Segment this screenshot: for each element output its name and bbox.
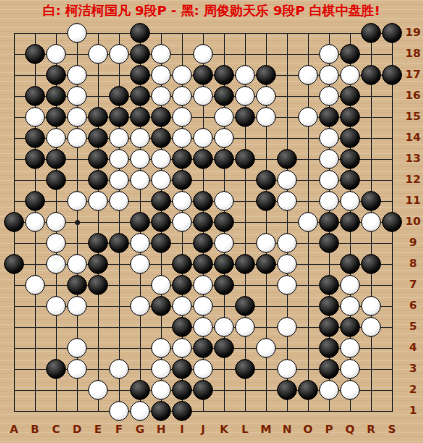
black-stone — [256, 254, 276, 274]
white-stone — [256, 338, 276, 358]
white-stone — [319, 65, 339, 85]
black-stone — [109, 107, 129, 127]
black-stone — [46, 149, 66, 169]
black-stone — [172, 149, 192, 169]
row-label: 4 — [403, 341, 423, 354]
column-label: J — [193, 423, 213, 436]
white-stone — [67, 191, 87, 211]
column-label: B — [25, 423, 45, 436]
row-label: 2 — [403, 383, 423, 396]
white-stone — [277, 275, 297, 295]
black-stone — [214, 275, 234, 295]
column-label: M — [256, 423, 276, 436]
column-label: O — [298, 423, 318, 436]
black-stone — [214, 86, 234, 106]
black-stone — [130, 107, 150, 127]
black-stone — [46, 107, 66, 127]
black-stone — [256, 170, 276, 190]
black-stone — [361, 23, 381, 43]
white-stone — [67, 359, 87, 379]
white-stone — [130, 128, 150, 148]
row-label: 14 — [403, 131, 423, 144]
column-label: C — [46, 423, 66, 436]
black-stone — [88, 107, 108, 127]
column-label: G — [130, 423, 150, 436]
white-stone — [172, 296, 192, 316]
white-stone — [361, 317, 381, 337]
black-stone — [46, 65, 66, 85]
black-stone — [193, 212, 213, 232]
white-stone — [214, 317, 234, 337]
row-label: 10 — [403, 215, 423, 228]
black-stone — [193, 149, 213, 169]
white-stone — [46, 254, 66, 274]
black-stone — [340, 317, 360, 337]
black-stone — [130, 380, 150, 400]
white-stone — [298, 107, 318, 127]
black-stone — [25, 149, 45, 169]
white-stone — [235, 65, 255, 85]
black-stone — [172, 275, 192, 295]
black-stone — [382, 212, 402, 232]
black-stone — [151, 128, 171, 148]
black-stone — [361, 254, 381, 274]
black-stone — [172, 317, 192, 337]
row-label: 18 — [403, 47, 423, 60]
column-label: N — [277, 423, 297, 436]
white-stone — [319, 128, 339, 148]
white-stone — [151, 359, 171, 379]
white-stone — [109, 191, 129, 211]
row-label: 11 — [403, 194, 423, 207]
black-stone — [193, 254, 213, 274]
row-label: 5 — [403, 320, 423, 333]
white-stone — [193, 275, 213, 295]
black-stone — [340, 170, 360, 190]
white-stone — [172, 338, 192, 358]
white-stone — [214, 191, 234, 211]
black-stone — [109, 86, 129, 106]
white-stone — [46, 212, 66, 232]
black-stone — [382, 65, 402, 85]
black-stone — [235, 107, 255, 127]
black-stone — [214, 254, 234, 274]
black-stone — [151, 401, 171, 421]
black-stone — [193, 65, 213, 85]
row-label: 16 — [403, 89, 423, 102]
column-label: I — [172, 423, 192, 436]
black-stone — [277, 149, 297, 169]
white-stone — [151, 275, 171, 295]
black-stone — [46, 170, 66, 190]
black-stone — [235, 149, 255, 169]
black-stone — [4, 254, 24, 274]
black-stone — [151, 233, 171, 253]
row-label: 1 — [403, 404, 423, 417]
black-stone — [130, 212, 150, 232]
black-stone — [4, 212, 24, 232]
white-stone — [319, 44, 339, 64]
white-stone — [193, 44, 213, 64]
white-stone — [193, 296, 213, 316]
black-stone — [340, 128, 360, 148]
white-stone — [277, 170, 297, 190]
white-stone — [67, 65, 87, 85]
black-stone — [67, 275, 87, 295]
white-stone — [340, 338, 360, 358]
black-stone — [340, 107, 360, 127]
black-stone — [298, 380, 318, 400]
white-stone — [67, 254, 87, 274]
black-stone — [193, 380, 213, 400]
white-stone — [214, 233, 234, 253]
white-stone — [109, 401, 129, 421]
white-stone — [109, 149, 129, 169]
white-stone — [361, 212, 381, 232]
black-stone — [172, 380, 192, 400]
white-stone — [130, 254, 150, 274]
white-stone — [46, 233, 66, 253]
column-label: F — [109, 423, 129, 436]
game-info-bar: 白: 柯洁柯国凡 9段P - 黑: 周俊勋天乐 9段P 白棋中盘胜! — [0, 0, 423, 22]
column-label: Q — [340, 423, 360, 436]
white-stone — [130, 170, 150, 190]
black-stone — [319, 275, 339, 295]
black-stone — [130, 44, 150, 64]
black-stone — [88, 149, 108, 169]
white-stone — [88, 380, 108, 400]
white-stone — [130, 149, 150, 169]
white-stone — [340, 359, 360, 379]
black-stone — [319, 233, 339, 253]
white-stone — [214, 107, 234, 127]
row-label: 19 — [403, 26, 423, 39]
black-stone — [319, 338, 339, 358]
white-stone — [25, 107, 45, 127]
white-stone — [256, 107, 276, 127]
row-label: 9 — [403, 236, 423, 249]
black-stone — [214, 65, 234, 85]
black-stone — [25, 191, 45, 211]
column-label: L — [235, 423, 255, 436]
black-stone — [151, 191, 171, 211]
white-stone — [340, 296, 360, 316]
white-stone — [172, 107, 192, 127]
black-stone — [46, 86, 66, 106]
black-stone — [88, 275, 108, 295]
white-stone — [109, 44, 129, 64]
white-stone — [67, 338, 87, 358]
row-label: 8 — [403, 257, 423, 270]
black-stone — [172, 359, 192, 379]
white-stone — [340, 191, 360, 211]
black-stone — [151, 296, 171, 316]
black-stone — [235, 254, 255, 274]
column-label: K — [214, 423, 234, 436]
black-stone — [214, 149, 234, 169]
white-stone — [319, 149, 339, 169]
black-stone — [151, 107, 171, 127]
black-stone — [88, 128, 108, 148]
black-stone — [214, 338, 234, 358]
black-stone — [277, 380, 297, 400]
black-stone — [235, 359, 255, 379]
white-stone — [172, 86, 192, 106]
black-stone — [361, 65, 381, 85]
white-stone — [109, 128, 129, 148]
white-stone — [319, 380, 339, 400]
black-stone — [340, 44, 360, 64]
white-stone — [67, 86, 87, 106]
white-stone — [256, 86, 276, 106]
black-stone — [382, 23, 402, 43]
white-stone — [130, 401, 150, 421]
white-stone — [67, 296, 87, 316]
column-label: R — [361, 423, 381, 436]
white-stone — [151, 170, 171, 190]
black-stone — [361, 191, 381, 211]
column-label: H — [151, 423, 171, 436]
white-stone — [46, 128, 66, 148]
white-stone — [235, 317, 255, 337]
column-label: P — [319, 423, 339, 436]
white-stone — [340, 380, 360, 400]
black-stone — [235, 296, 255, 316]
black-stone — [193, 233, 213, 253]
black-stone — [151, 212, 171, 232]
white-stone — [67, 128, 87, 148]
row-label: 6 — [403, 299, 423, 312]
white-stone — [340, 275, 360, 295]
white-stone — [298, 212, 318, 232]
black-stone — [340, 149, 360, 169]
white-stone — [277, 359, 297, 379]
white-stone — [67, 23, 87, 43]
row-label: 13 — [403, 152, 423, 165]
column-label: E — [88, 423, 108, 436]
white-stone — [130, 296, 150, 316]
row-label: 12 — [403, 173, 423, 186]
black-stone — [340, 212, 360, 232]
black-stone — [88, 254, 108, 274]
white-stone — [340, 65, 360, 85]
black-stone — [319, 359, 339, 379]
white-stone — [130, 233, 150, 253]
white-stone — [109, 359, 129, 379]
white-stone — [151, 44, 171, 64]
white-stone — [109, 170, 129, 190]
star-point — [75, 220, 80, 225]
black-stone — [25, 44, 45, 64]
row-label: 17 — [403, 68, 423, 81]
white-stone — [193, 128, 213, 148]
black-stone — [130, 23, 150, 43]
white-stone — [151, 65, 171, 85]
black-stone — [319, 317, 339, 337]
column-label: A — [4, 423, 24, 436]
white-stone — [319, 86, 339, 106]
black-stone — [25, 128, 45, 148]
black-stone — [319, 212, 339, 232]
black-stone — [88, 170, 108, 190]
white-stone — [151, 86, 171, 106]
white-stone — [193, 317, 213, 337]
black-stone — [214, 212, 234, 232]
white-stone — [277, 191, 297, 211]
black-stone — [172, 170, 192, 190]
go-game-viewer: 白: 柯洁柯国凡 9段P - 黑: 周俊勋天乐 9段P 白棋中盘胜! ABCDE… — [0, 0, 423, 443]
white-stone — [361, 296, 381, 316]
black-stone — [319, 296, 339, 316]
white-stone — [88, 44, 108, 64]
row-label: 7 — [403, 278, 423, 291]
black-stone — [319, 107, 339, 127]
white-stone — [235, 86, 255, 106]
black-stone — [256, 191, 276, 211]
white-stone — [151, 338, 171, 358]
row-label: 3 — [403, 362, 423, 375]
white-stone — [193, 359, 213, 379]
white-stone — [46, 296, 66, 316]
white-stone — [25, 275, 45, 295]
black-stone — [130, 86, 150, 106]
white-stone — [277, 317, 297, 337]
black-stone — [193, 191, 213, 211]
black-stone — [340, 254, 360, 274]
black-stone — [172, 254, 192, 274]
white-stone — [67, 107, 87, 127]
white-stone — [172, 65, 192, 85]
white-stone — [193, 86, 213, 106]
black-stone — [88, 233, 108, 253]
white-stone — [88, 191, 108, 211]
white-stone — [25, 212, 45, 232]
white-stone — [298, 65, 318, 85]
black-stone — [256, 65, 276, 85]
white-stone — [277, 254, 297, 274]
white-stone — [172, 191, 192, 211]
black-stone — [340, 86, 360, 106]
white-stone — [46, 44, 66, 64]
white-stone — [256, 233, 276, 253]
white-stone — [319, 191, 339, 211]
column-label: S — [382, 423, 402, 436]
white-stone — [214, 128, 234, 148]
white-stone — [151, 380, 171, 400]
white-stone — [172, 128, 192, 148]
black-stone — [130, 65, 150, 85]
black-stone — [172, 401, 192, 421]
black-stone — [25, 86, 45, 106]
white-stone — [319, 170, 339, 190]
white-stone — [151, 149, 171, 169]
row-label: 15 — [403, 110, 423, 123]
black-stone — [46, 359, 66, 379]
column-label: D — [67, 423, 87, 436]
white-stone — [172, 212, 192, 232]
white-stone — [277, 233, 297, 253]
black-stone — [193, 338, 213, 358]
black-stone — [109, 233, 129, 253]
